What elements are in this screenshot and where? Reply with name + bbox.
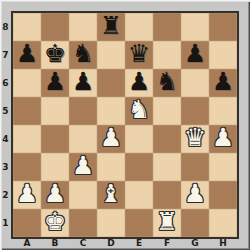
square-g7[interactable]: ♟ [181, 41, 209, 69]
square-b5[interactable] [41, 97, 69, 125]
square-f8[interactable] [153, 13, 181, 41]
square-f2[interactable] [153, 181, 181, 209]
square-h4[interactable]: ♟ [209, 125, 237, 153]
file-label-e: E [125, 238, 153, 249]
black-pawn-h6[interactable]: ♟ [212, 69, 234, 96]
white-pawn-h4[interactable]: ♟ [212, 125, 234, 152]
square-c4[interactable] [69, 125, 97, 153]
chess-board: ♜♟♚♞♛♟♟♟♟♞♟♞♟♛♟♟♟♟♝♟♚♜ [13, 13, 237, 237]
black-king-b7[interactable]: ♚ [44, 41, 66, 68]
square-f1[interactable]: ♜ [153, 209, 181, 237]
rank-label-1: 1 [0, 209, 11, 237]
square-g8[interactable] [181, 13, 209, 41]
black-queen-e7[interactable]: ♛ [128, 41, 150, 68]
black-pawn-b6[interactable]: ♟ [44, 69, 66, 96]
file-label-f: F [153, 238, 181, 249]
rank-label-4: 4 [0, 125, 11, 153]
white-bishop-d2[interactable]: ♝ [100, 181, 122, 208]
square-b6[interactable]: ♟ [41, 69, 69, 97]
file-label-h: H [209, 238, 237, 249]
square-e5[interactable]: ♞ [125, 97, 153, 125]
square-b8[interactable] [41, 13, 69, 41]
square-d4[interactable]: ♟ [97, 125, 125, 153]
square-g2[interactable]: ♟ [181, 181, 209, 209]
rank-label-7: 7 [0, 41, 11, 69]
white-pawn-b2[interactable]: ♟ [44, 181, 66, 208]
square-g1[interactable] [181, 209, 209, 237]
square-d3[interactable] [97, 153, 125, 181]
black-pawn-a7[interactable]: ♟ [16, 41, 38, 68]
square-f6[interactable]: ♞ [153, 69, 181, 97]
square-e8[interactable] [125, 13, 153, 41]
square-e7[interactable]: ♛ [125, 41, 153, 69]
rank-label-8: 8 [0, 13, 11, 41]
file-label-b: B [41, 238, 69, 249]
square-h3[interactable] [209, 153, 237, 181]
square-h6[interactable]: ♟ [209, 69, 237, 97]
square-e6[interactable]: ♟ [125, 69, 153, 97]
square-a3[interactable] [13, 153, 41, 181]
file-label-c: C [69, 238, 97, 249]
board-panel: 87654321 ♜♟♚♞♛♟♟♟♟♞♟♞♟♛♟♟♟♟♝♟♚♜ ABCDEFGH [0, 0, 250, 250]
square-a1[interactable] [13, 209, 41, 237]
square-c6[interactable]: ♟ [69, 69, 97, 97]
square-d5[interactable] [97, 97, 125, 125]
square-f3[interactable] [153, 153, 181, 181]
square-c8[interactable] [69, 13, 97, 41]
square-g4[interactable]: ♛ [181, 125, 209, 153]
square-a7[interactable]: ♟ [13, 41, 41, 69]
rank-label-5: 5 [0, 97, 11, 125]
square-c7[interactable]: ♞ [69, 41, 97, 69]
square-a4[interactable] [13, 125, 41, 153]
square-h8[interactable] [209, 13, 237, 41]
square-a8[interactable] [13, 13, 41, 41]
white-pawn-g2[interactable]: ♟ [184, 181, 206, 208]
square-d8[interactable]: ♜ [97, 13, 125, 41]
square-e2[interactable] [125, 181, 153, 209]
square-d7[interactable] [97, 41, 125, 69]
square-b7[interactable]: ♚ [41, 41, 69, 69]
rank-labels: 87654321 [0, 13, 11, 237]
square-b2[interactable]: ♟ [41, 181, 69, 209]
square-g6[interactable] [181, 69, 209, 97]
board-border: ♜♟♚♞♛♟♟♟♟♞♟♞♟♛♟♟♟♟♝♟♚♜ [11, 11, 239, 239]
square-b3[interactable] [41, 153, 69, 181]
square-d2[interactable]: ♝ [97, 181, 125, 209]
rank-label-3: 3 [0, 153, 11, 181]
black-knight-f6[interactable]: ♞ [156, 69, 178, 96]
file-label-g: G [181, 238, 209, 249]
black-knight-c7[interactable]: ♞ [72, 41, 94, 68]
file-labels: ABCDEFGH [13, 238, 237, 249]
square-c2[interactable] [69, 181, 97, 209]
square-e3[interactable] [125, 153, 153, 181]
square-c5[interactable] [69, 97, 97, 125]
white-pawn-d4[interactable]: ♟ [100, 125, 122, 152]
file-label-a: A [13, 238, 41, 249]
rank-label-6: 6 [0, 69, 11, 97]
file-label-d: D [97, 238, 125, 249]
rank-label-2: 2 [0, 181, 11, 209]
white-pawn-c3[interactable]: ♟ [72, 153, 94, 180]
white-pawn-a2[interactable]: ♟ [16, 181, 38, 208]
square-f7[interactable] [153, 41, 181, 69]
black-pawn-g7[interactable]: ♟ [184, 41, 206, 68]
square-d1[interactable] [97, 209, 125, 237]
square-h7[interactable] [209, 41, 237, 69]
square-g3[interactable] [181, 153, 209, 181]
square-a5[interactable] [13, 97, 41, 125]
square-h1[interactable] [209, 209, 237, 237]
square-g5[interactable] [181, 97, 209, 125]
square-a2[interactable]: ♟ [13, 181, 41, 209]
square-e1[interactable] [125, 209, 153, 237]
square-h2[interactable] [209, 181, 237, 209]
black-rook-d8[interactable]: ♜ [100, 13, 122, 40]
square-h5[interactable] [209, 97, 237, 125]
square-a6[interactable] [13, 69, 41, 97]
square-d6[interactable] [97, 69, 125, 97]
black-pawn-c6[interactable]: ♟ [72, 69, 94, 96]
white-knight-e5[interactable]: ♞ [128, 97, 150, 124]
white-king-b1[interactable]: ♚ [44, 209, 66, 236]
white-queen-g4[interactable]: ♛ [184, 125, 206, 152]
square-e4[interactable] [125, 125, 153, 153]
square-b1[interactable]: ♚ [41, 209, 69, 237]
square-c1[interactable] [69, 209, 97, 237]
square-f5[interactable] [153, 97, 181, 125]
square-b4[interactable] [41, 125, 69, 153]
white-rook-f1[interactable]: ♜ [156, 209, 178, 236]
square-f4[interactable] [153, 125, 181, 153]
square-c3[interactable]: ♟ [69, 153, 97, 181]
black-pawn-e6[interactable]: ♟ [128, 69, 150, 96]
